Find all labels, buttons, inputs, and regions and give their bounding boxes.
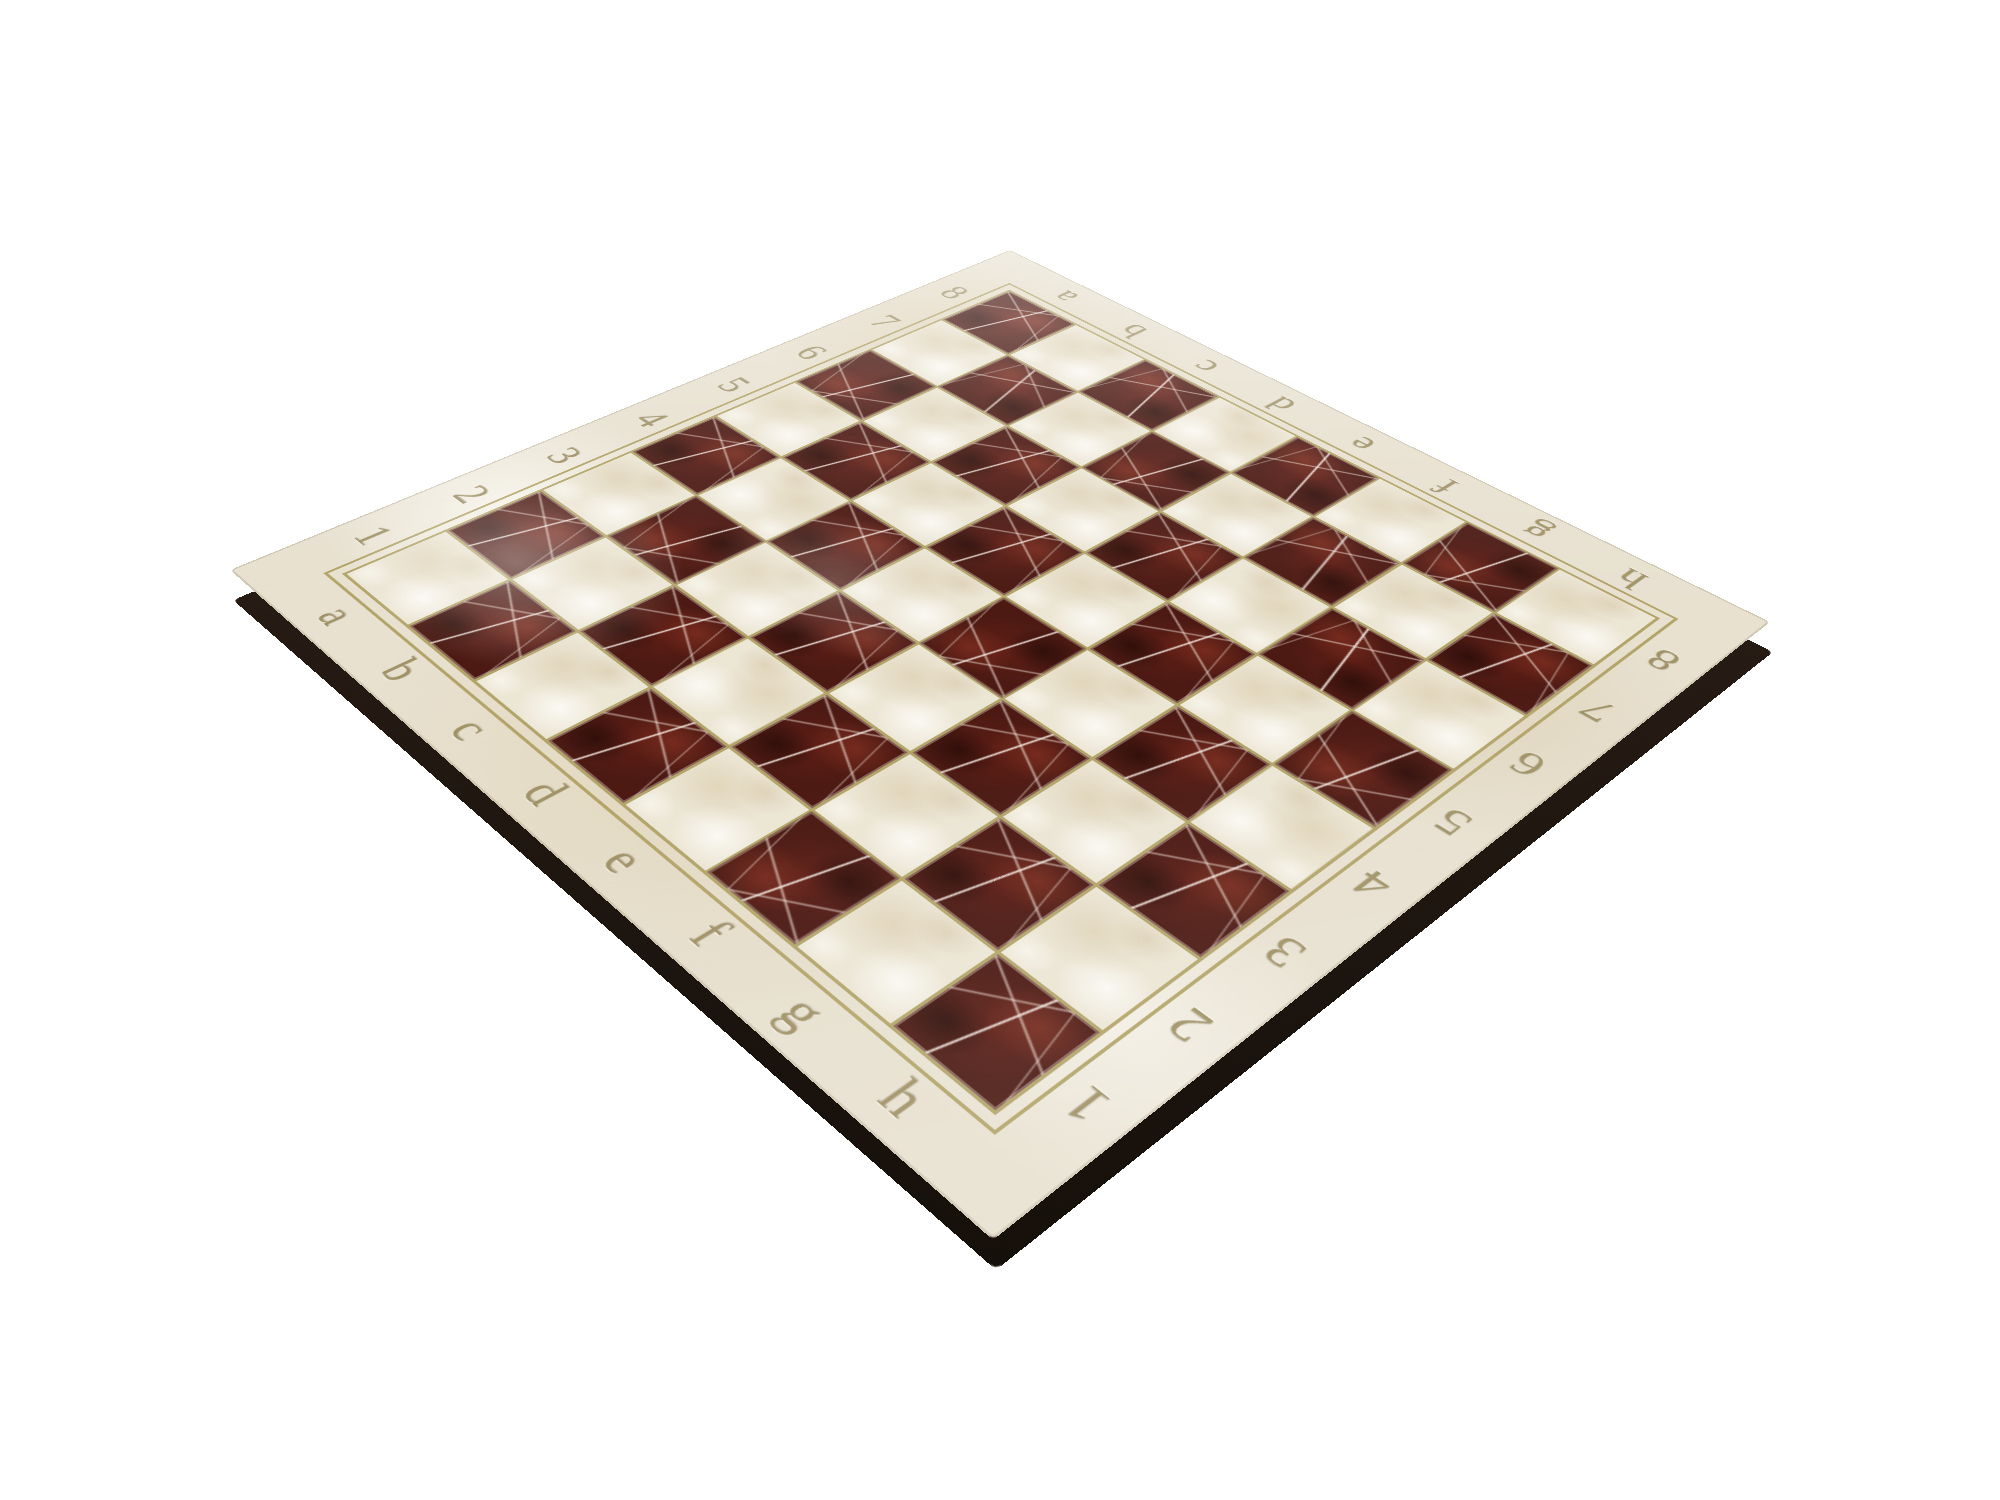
- coord-file-a-bottom: a: [307, 600, 366, 631]
- coord-rank-4-right: 4: [1343, 863, 1403, 906]
- coord-file-f-bottom: f: [679, 913, 741, 954]
- coord-file-h-top: h: [1607, 564, 1654, 593]
- coord-file-e-top: e: [1339, 432, 1382, 455]
- coord-rank-6-left: 6: [788, 342, 834, 363]
- coord-file-b-top: b: [1111, 320, 1154, 340]
- coord-rank-8-right: 8: [1639, 644, 1689, 677]
- coord-rank-6-right: 6: [1501, 745, 1555, 782]
- coord-rank-3-left: 3: [538, 443, 590, 468]
- coord-rank-7-left: 7: [862, 312, 906, 332]
- coord-rank-7-right: 7: [1573, 693, 1625, 728]
- coord-rank-5-left: 5: [709, 374, 757, 397]
- coord-file-e-bottom: e: [592, 840, 657, 881]
- product-photo-stage: 1122334455667788aabbccddeeffgghh: [0, 0, 2000, 1500]
- coord-rank-4-left: 4: [626, 407, 676, 431]
- coord-file-a-top: a: [1044, 287, 1085, 306]
- board-playing-field: [342, 290, 1660, 1115]
- coord-rank-2-left: 2: [445, 481, 499, 508]
- chess-board: 1122334455667788aabbccddeeffgghh: [230, 250, 1770, 1240]
- coord-file-h-bottom: h: [867, 1071, 939, 1126]
- coord-rank-3-right: 3: [1254, 928, 1317, 975]
- coord-rank-5-right: 5: [1425, 802, 1482, 842]
- coord-file-c-bottom: c: [440, 712, 501, 747]
- coord-rank-8-left: 8: [933, 283, 976, 302]
- coord-file-b-bottom: b: [370, 653, 432, 687]
- coord-rank-2-right: 2: [1157, 999, 1224, 1049]
- coord-file-d-top: d: [1258, 393, 1302, 416]
- coord-rank-1-right: 1: [1052, 1077, 1122, 1132]
- coord-file-d-bottom: d: [512, 773, 577, 813]
- coord-file-g-top: g: [1512, 517, 1559, 544]
- coord-file-c-top: c: [1184, 356, 1226, 377]
- coord-file-f-top: f: [1426, 475, 1466, 498]
- coord-rank-1-left: 1: [345, 521, 402, 550]
- coord-file-g-bottom: g: [767, 988, 837, 1038]
